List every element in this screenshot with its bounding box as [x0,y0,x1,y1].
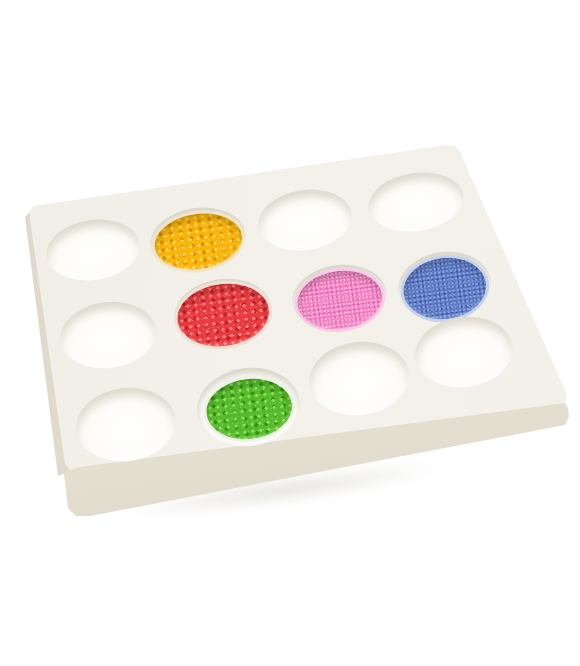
wells-grid [0,0,580,666]
well-r1c3-empty [254,183,356,256]
well-r3c2-green [192,362,304,452]
well-r3c4-empty [411,311,517,392]
well-r1c2-yellow [146,201,250,277]
yellow-sand [151,207,246,274]
red-sand [174,278,273,351]
well-r1c4-empty [364,166,468,238]
product-photo [0,0,580,666]
well-r3c1-empty [72,382,180,467]
pink-sand [293,266,385,335]
well-r3c3-empty [305,336,413,421]
well-r2c3-pink [288,259,391,337]
well-r1c1-empty [42,213,144,286]
blue-sand [399,252,489,323]
well-r2c2-red [170,273,276,353]
well-r2c4-blue [393,246,494,326]
green-sand [202,374,295,444]
well-r2c1-empty [56,296,160,374]
